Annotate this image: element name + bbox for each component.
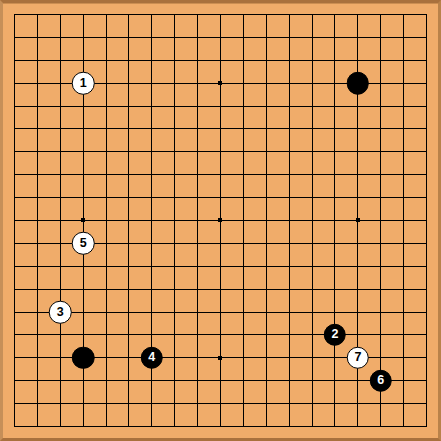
intersection[interactable] [186,369,209,392]
intersection[interactable] [392,163,415,186]
intersection[interactable] [117,324,140,347]
intersection[interactable] [49,255,72,278]
intersection[interactable] [186,209,209,232]
intersection[interactable] [415,232,438,255]
intersection[interactable] [324,72,347,95]
intersection[interactable] [3,163,26,186]
intersection[interactable] [324,278,347,301]
intersection[interactable] [301,26,324,49]
intersection[interactable] [324,26,347,49]
intersection[interactable] [3,186,26,209]
intersection[interactable] [392,278,415,301]
intersection[interactable] [415,255,438,278]
intersection[interactable] [49,26,72,49]
intersection[interactable] [163,369,186,392]
intersection[interactable] [3,301,26,324]
intersection[interactable] [95,369,118,392]
intersection[interactable] [186,301,209,324]
intersection[interactable] [369,301,392,324]
intersection[interactable] [346,392,369,415]
intersection[interactable] [415,163,438,186]
intersection[interactable] [49,369,72,392]
intersection[interactable] [255,72,278,95]
intersection[interactable] [72,415,95,438]
intersection[interactable] [301,301,324,324]
intersection[interactable] [95,49,118,72]
intersection[interactable] [392,415,415,438]
intersection[interactable] [415,209,438,232]
intersection[interactable] [301,186,324,209]
intersection[interactable] [415,117,438,140]
intersection[interactable] [278,72,301,95]
intersection[interactable] [232,209,255,232]
intersection[interactable] [3,117,26,140]
intersection[interactable] [117,301,140,324]
intersection[interactable] [95,415,118,438]
intersection[interactable] [3,415,26,438]
intersection[interactable] [26,95,49,118]
intersection[interactable] [278,301,301,324]
intersection[interactable] [324,369,347,392]
intersection[interactable] [232,163,255,186]
intersection[interactable] [392,209,415,232]
intersection[interactable] [415,346,438,369]
intersection[interactable]: 1 [72,72,95,95]
intersection[interactable] [163,3,186,26]
intersection[interactable] [72,95,95,118]
intersection[interactable] [186,117,209,140]
intersection[interactable] [415,186,438,209]
intersection[interactable] [324,232,347,255]
intersection[interactable] [163,186,186,209]
intersection[interactable] [186,95,209,118]
intersection[interactable] [232,392,255,415]
intersection[interactable] [369,392,392,415]
intersection[interactable] [278,369,301,392]
intersection[interactable] [140,209,163,232]
intersection[interactable] [255,255,278,278]
intersection[interactable] [95,278,118,301]
intersection[interactable] [140,163,163,186]
intersection[interactable] [117,3,140,26]
intersection[interactable] [415,140,438,163]
intersection[interactable]: 5 [72,232,95,255]
intersection[interactable] [140,255,163,278]
intersection[interactable] [255,209,278,232]
intersection[interactable] [163,72,186,95]
intersection[interactable] [346,255,369,278]
intersection[interactable] [3,209,26,232]
intersection[interactable] [163,232,186,255]
intersection[interactable] [140,72,163,95]
intersection[interactable] [117,232,140,255]
intersection[interactable] [72,140,95,163]
intersection[interactable]: 7 [346,346,369,369]
intersection[interactable] [255,49,278,72]
intersection[interactable] [49,324,72,347]
intersection[interactable] [95,117,118,140]
intersection[interactable] [301,117,324,140]
intersection[interactable] [49,209,72,232]
intersection[interactable] [232,346,255,369]
intersection[interactable] [232,95,255,118]
intersection[interactable] [369,3,392,26]
intersection[interactable] [49,49,72,72]
intersection[interactable] [415,278,438,301]
intersection[interactable] [163,163,186,186]
intersection[interactable] [392,255,415,278]
intersection[interactable] [392,232,415,255]
intersection[interactable] [26,72,49,95]
intersection[interactable] [186,3,209,26]
intersection[interactable] [140,415,163,438]
intersection[interactable] [209,117,232,140]
intersection[interactable] [324,186,347,209]
intersection[interactable] [369,255,392,278]
intersection[interactable] [232,415,255,438]
intersection[interactable] [369,140,392,163]
intersection[interactable] [209,369,232,392]
intersection[interactable] [324,49,347,72]
intersection[interactable] [301,72,324,95]
intersection[interactable] [255,369,278,392]
intersection[interactable] [415,324,438,347]
intersection[interactable] [163,140,186,163]
intersection[interactable] [3,232,26,255]
intersection[interactable] [232,186,255,209]
intersection[interactable] [369,95,392,118]
intersection[interactable] [209,209,232,232]
intersection[interactable] [301,163,324,186]
intersection[interactable] [324,3,347,26]
intersection[interactable] [301,369,324,392]
intersection[interactable] [72,117,95,140]
intersection[interactable] [49,72,72,95]
intersection[interactable] [278,392,301,415]
intersection[interactable] [209,392,232,415]
intersection[interactable] [369,163,392,186]
intersection[interactable] [26,209,49,232]
intersection[interactable] [117,163,140,186]
intersection[interactable] [278,346,301,369]
intersection[interactable] [3,369,26,392]
intersection[interactable] [369,232,392,255]
intersection[interactable] [186,186,209,209]
intersection[interactable] [255,140,278,163]
intersection[interactable] [255,95,278,118]
intersection[interactable] [49,186,72,209]
intersection[interactable] [324,392,347,415]
intersection[interactable] [163,209,186,232]
intersection[interactable] [209,186,232,209]
intersection[interactable] [415,415,438,438]
intersection[interactable] [3,278,26,301]
intersection[interactable] [278,95,301,118]
intersection[interactable] [95,392,118,415]
intersection[interactable] [209,3,232,26]
intersection[interactable] [117,278,140,301]
intersection[interactable] [49,232,72,255]
intersection[interactable] [117,415,140,438]
intersection[interactable] [301,278,324,301]
intersection[interactable] [26,301,49,324]
intersection[interactable] [49,3,72,26]
intersection[interactable] [95,186,118,209]
intersection[interactable] [3,3,26,26]
intersection[interactable] [415,392,438,415]
intersection[interactable] [3,392,26,415]
intersection[interactable] [95,301,118,324]
intersection[interactable] [324,346,347,369]
intersection[interactable] [392,392,415,415]
intersection[interactable] [255,26,278,49]
intersection[interactable] [95,95,118,118]
intersection[interactable] [72,392,95,415]
intersection[interactable] [301,49,324,72]
intersection[interactable] [301,415,324,438]
intersection[interactable] [392,140,415,163]
intersection[interactable] [278,324,301,347]
intersection[interactable] [26,186,49,209]
intersection[interactable] [163,255,186,278]
intersection[interactable] [186,232,209,255]
intersection[interactable] [255,392,278,415]
intersection[interactable] [346,232,369,255]
intersection[interactable] [49,392,72,415]
intersection[interactable] [117,255,140,278]
intersection[interactable] [163,346,186,369]
intersection[interactable] [346,163,369,186]
intersection[interactable] [255,232,278,255]
intersection[interactable] [26,346,49,369]
intersection[interactable] [26,140,49,163]
intersection[interactable] [140,117,163,140]
intersection[interactable] [186,49,209,72]
intersection[interactable] [163,392,186,415]
intersection[interactable] [278,186,301,209]
intersection[interactable] [301,3,324,26]
intersection[interactable] [3,140,26,163]
intersection[interactable] [301,346,324,369]
intersection[interactable] [26,278,49,301]
intersection[interactable] [117,95,140,118]
intersection[interactable] [255,301,278,324]
intersection[interactable] [278,140,301,163]
intersection[interactable] [209,49,232,72]
intersection[interactable] [140,232,163,255]
intersection[interactable] [95,3,118,26]
intersection[interactable] [163,301,186,324]
intersection[interactable] [346,26,369,49]
intersection[interactable] [346,415,369,438]
intersection[interactable] [72,26,95,49]
intersection[interactable] [163,278,186,301]
intersection[interactable] [369,49,392,72]
intersection[interactable] [392,186,415,209]
intersection[interactable] [3,72,26,95]
intersection[interactable] [95,209,118,232]
intersection[interactable] [72,324,95,347]
intersection[interactable] [232,369,255,392]
intersection[interactable] [346,301,369,324]
intersection[interactable] [255,346,278,369]
intersection[interactable] [392,26,415,49]
intersection[interactable] [72,278,95,301]
intersection[interactable] [278,49,301,72]
intersection[interactable] [117,369,140,392]
intersection[interactable] [232,255,255,278]
intersection[interactable] [72,3,95,26]
intersection[interactable] [26,324,49,347]
intersection[interactable] [209,346,232,369]
intersection[interactable] [324,163,347,186]
intersection[interactable] [186,415,209,438]
intersection[interactable] [255,324,278,347]
intersection[interactable] [117,186,140,209]
intersection[interactable] [209,255,232,278]
intersection[interactable] [49,278,72,301]
intersection[interactable] [232,49,255,72]
intersection[interactable]: 2 [324,324,347,347]
intersection[interactable] [163,415,186,438]
intersection[interactable] [369,26,392,49]
intersection[interactable] [255,415,278,438]
intersection[interactable] [163,49,186,72]
intersection[interactable] [49,346,72,369]
intersection[interactable] [140,186,163,209]
intersection[interactable] [117,392,140,415]
intersection[interactable] [301,209,324,232]
intersection[interactable] [3,26,26,49]
intersection[interactable]: 4 [140,346,163,369]
intersection[interactable] [278,255,301,278]
intersection[interactable] [415,301,438,324]
intersection[interactable] [186,72,209,95]
intersection[interactable] [209,324,232,347]
intersection[interactable] [255,163,278,186]
intersection[interactable] [301,95,324,118]
intersection[interactable] [117,72,140,95]
intersection[interactable] [369,346,392,369]
intersection[interactable] [49,117,72,140]
intersection[interactable] [117,49,140,72]
intersection[interactable] [186,278,209,301]
intersection[interactable] [324,209,347,232]
intersection[interactable] [278,415,301,438]
intersection[interactable] [346,324,369,347]
intersection[interactable] [95,72,118,95]
intersection[interactable] [301,324,324,347]
intersection[interactable] [72,346,95,369]
intersection[interactable] [392,72,415,95]
intersection[interactable] [72,163,95,186]
intersection[interactable] [278,26,301,49]
intersection[interactable] [346,140,369,163]
intersection[interactable]: 6 [369,369,392,392]
intersection[interactable] [346,72,369,95]
intersection[interactable] [186,163,209,186]
intersection[interactable] [95,346,118,369]
intersection[interactable] [117,140,140,163]
intersection[interactable] [140,301,163,324]
intersection[interactable] [209,278,232,301]
intersection[interactable] [369,186,392,209]
intersection[interactable] [415,369,438,392]
intersection[interactable] [26,163,49,186]
intersection[interactable] [415,26,438,49]
intersection[interactable] [72,255,95,278]
intersection[interactable] [255,278,278,301]
intersection[interactable] [415,49,438,72]
intersection[interactable] [72,49,95,72]
intersection[interactable] [301,232,324,255]
intersection[interactable] [26,3,49,26]
intersection[interactable] [232,26,255,49]
intersection[interactable] [346,278,369,301]
intersection[interactable] [324,415,347,438]
intersection[interactable] [346,3,369,26]
intersection[interactable] [415,3,438,26]
intersection[interactable] [232,324,255,347]
intersection[interactable] [140,369,163,392]
intersection[interactable] [49,163,72,186]
intersection[interactable] [209,72,232,95]
intersection[interactable] [26,26,49,49]
intersection[interactable] [392,369,415,392]
intersection[interactable] [301,392,324,415]
intersection[interactable] [324,301,347,324]
intersection[interactable] [49,140,72,163]
intersection[interactable] [209,301,232,324]
intersection[interactable] [209,26,232,49]
intersection[interactable] [163,324,186,347]
intersection[interactable] [392,95,415,118]
intersection[interactable] [3,346,26,369]
intersection[interactable]: 3 [49,301,72,324]
intersection[interactable] [95,255,118,278]
intersection[interactable] [278,278,301,301]
intersection[interactable] [163,95,186,118]
intersection[interactable] [232,301,255,324]
intersection[interactable] [3,324,26,347]
intersection[interactable] [186,26,209,49]
intersection[interactable] [209,415,232,438]
intersection[interactable] [232,140,255,163]
intersection[interactable] [392,49,415,72]
intersection[interactable] [346,186,369,209]
intersection[interactable] [346,369,369,392]
intersection[interactable] [346,49,369,72]
intersection[interactable] [278,117,301,140]
intersection[interactable] [392,346,415,369]
intersection[interactable] [369,278,392,301]
intersection[interactable] [140,3,163,26]
intersection[interactable] [346,209,369,232]
intersection[interactable] [72,209,95,232]
intersection[interactable] [278,163,301,186]
intersection[interactable] [95,324,118,347]
intersection[interactable] [324,140,347,163]
intersection[interactable] [26,255,49,278]
intersection[interactable] [186,392,209,415]
intersection[interactable] [415,95,438,118]
intersection[interactable] [209,163,232,186]
intersection[interactable] [72,186,95,209]
intersection[interactable] [232,72,255,95]
intersection[interactable] [117,209,140,232]
intersection[interactable] [26,415,49,438]
intersection[interactable] [3,49,26,72]
